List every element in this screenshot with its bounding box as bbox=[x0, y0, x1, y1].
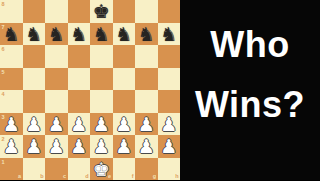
square-h3[interactable]: ♟ bbox=[158, 113, 181, 136]
square-a8[interactable]: 8 bbox=[0, 0, 23, 23]
white-pawn: ♟ bbox=[113, 113, 136, 136]
video-thumbnail: 8♚7♞♞♞♞♞♞♞♞6543♟♟♟♟♟♟♟♟2♟♟♟♟♟♟♟♟1abcde♚f… bbox=[0, 0, 320, 180]
square-b4[interactable] bbox=[23, 90, 46, 113]
square-e2[interactable]: ♟ bbox=[90, 135, 113, 158]
rank-label-5: 5 bbox=[2, 69, 5, 75]
rank-label-7: 7 bbox=[2, 24, 5, 30]
chess-board[interactable]: 8♚7♞♞♞♞♞♞♞♞6543♟♟♟♟♟♟♟♟2♟♟♟♟♟♟♟♟1abcde♚f… bbox=[0, 0, 180, 180]
file-label-h: h bbox=[175, 173, 178, 179]
square-d5[interactable] bbox=[68, 68, 91, 91]
square-a1[interactable]: 1a bbox=[0, 158, 23, 181]
rank-label-8: 8 bbox=[2, 1, 5, 7]
black-knight: ♞ bbox=[90, 23, 113, 46]
rank-label-1: 1 bbox=[2, 159, 5, 165]
white-pawn: ♟ bbox=[135, 135, 158, 158]
file-label-g: g bbox=[153, 173, 156, 179]
square-b2[interactable]: ♟ bbox=[23, 135, 46, 158]
square-g8[interactable] bbox=[135, 0, 158, 23]
square-e8[interactable]: ♚ bbox=[90, 0, 113, 23]
square-f3[interactable]: ♟ bbox=[113, 113, 136, 136]
rank-label-4: 4 bbox=[2, 91, 5, 97]
square-a6[interactable]: 6 bbox=[0, 45, 23, 68]
black-knight: ♞ bbox=[135, 23, 158, 46]
square-f8[interactable] bbox=[113, 0, 136, 23]
file-label-c: c bbox=[63, 173, 66, 179]
rank-label-6: 6 bbox=[2, 46, 5, 52]
white-pawn: ♟ bbox=[158, 135, 181, 158]
square-e1[interactable]: e♚ bbox=[90, 158, 113, 181]
file-label-a: a bbox=[18, 173, 21, 179]
white-pawn: ♟ bbox=[135, 113, 158, 136]
square-d6[interactable] bbox=[68, 45, 91, 68]
square-f4[interactable] bbox=[113, 90, 136, 113]
file-label-b: b bbox=[40, 173, 43, 179]
square-g1[interactable]: g bbox=[135, 158, 158, 181]
square-c3[interactable]: ♟ bbox=[45, 113, 68, 136]
file-label-e: e bbox=[108, 173, 111, 179]
square-c7[interactable]: ♞ bbox=[45, 23, 68, 46]
caption-line-1: Who bbox=[210, 15, 289, 75]
white-pawn: ♟ bbox=[90, 113, 113, 136]
square-h4[interactable] bbox=[158, 90, 181, 113]
square-a5[interactable]: 5 bbox=[0, 68, 23, 91]
white-pawn: ♟ bbox=[68, 113, 91, 136]
square-g7[interactable]: ♞ bbox=[135, 23, 158, 46]
square-g4[interactable] bbox=[135, 90, 158, 113]
square-e3[interactable]: ♟ bbox=[90, 113, 113, 136]
square-d4[interactable] bbox=[68, 90, 91, 113]
square-a3[interactable]: 3♟ bbox=[0, 113, 23, 136]
white-pawn: ♟ bbox=[90, 135, 113, 158]
rank-label-3: 3 bbox=[2, 114, 5, 120]
white-pawn: ♟ bbox=[68, 135, 91, 158]
file-label-d: d bbox=[85, 173, 88, 179]
square-c5[interactable] bbox=[45, 68, 68, 91]
square-b1[interactable]: b bbox=[23, 158, 46, 181]
square-g5[interactable] bbox=[135, 68, 158, 91]
white-pawn: ♟ bbox=[158, 113, 181, 136]
square-h8[interactable] bbox=[158, 0, 181, 23]
file-label-f: f bbox=[132, 173, 134, 179]
square-c6[interactable] bbox=[45, 45, 68, 68]
white-pawn: ♟ bbox=[23, 135, 46, 158]
rank-label-2: 2 bbox=[2, 136, 5, 142]
square-c2[interactable]: ♟ bbox=[45, 135, 68, 158]
square-f6[interactable] bbox=[113, 45, 136, 68]
square-f2[interactable]: ♟ bbox=[113, 135, 136, 158]
black-knight: ♞ bbox=[158, 23, 181, 46]
square-h7[interactable]: ♞ bbox=[158, 23, 181, 46]
square-g2[interactable]: ♟ bbox=[135, 135, 158, 158]
square-b3[interactable]: ♟ bbox=[23, 113, 46, 136]
square-h6[interactable] bbox=[158, 45, 181, 68]
square-d3[interactable]: ♟ bbox=[68, 113, 91, 136]
square-g6[interactable] bbox=[135, 45, 158, 68]
square-f1[interactable]: f bbox=[113, 158, 136, 181]
square-g3[interactable]: ♟ bbox=[135, 113, 158, 136]
square-c8[interactable] bbox=[45, 0, 68, 23]
white-pawn: ♟ bbox=[45, 113, 68, 136]
square-b6[interactable] bbox=[23, 45, 46, 68]
square-h5[interactable] bbox=[158, 68, 181, 91]
square-h2[interactable]: ♟ bbox=[158, 135, 181, 158]
black-knight: ♞ bbox=[113, 23, 136, 46]
white-pawn: ♟ bbox=[113, 135, 136, 158]
square-d2[interactable]: ♟ bbox=[68, 135, 91, 158]
square-e4[interactable] bbox=[90, 90, 113, 113]
square-b8[interactable] bbox=[23, 0, 46, 23]
square-b5[interactable] bbox=[23, 68, 46, 91]
square-a7[interactable]: 7♞ bbox=[0, 23, 23, 46]
black-knight: ♞ bbox=[23, 23, 46, 46]
square-e5[interactable] bbox=[90, 68, 113, 91]
caption-line-2: Wins? bbox=[195, 75, 305, 135]
black-king: ♚ bbox=[90, 0, 113, 23]
square-a4[interactable]: 4 bbox=[0, 90, 23, 113]
square-h1[interactable]: h bbox=[158, 158, 181, 181]
square-a2[interactable]: 2♟ bbox=[0, 135, 23, 158]
square-e7[interactable]: ♞ bbox=[90, 23, 113, 46]
white-pawn: ♟ bbox=[45, 135, 68, 158]
square-d1[interactable]: d bbox=[68, 158, 91, 181]
square-f7[interactable]: ♞ bbox=[113, 23, 136, 46]
square-f5[interactable] bbox=[113, 68, 136, 91]
white-pawn: ♟ bbox=[23, 113, 46, 136]
square-d7[interactable]: ♞ bbox=[68, 23, 91, 46]
caption-panel: Who Wins? bbox=[180, 0, 320, 180]
square-b7[interactable]: ♞ bbox=[23, 23, 46, 46]
black-knight: ♞ bbox=[68, 23, 91, 46]
square-c1[interactable]: c bbox=[45, 158, 68, 181]
black-knight: ♞ bbox=[45, 23, 68, 46]
square-c4[interactable] bbox=[45, 90, 68, 113]
square-d8[interactable] bbox=[68, 0, 91, 23]
square-e6[interactable] bbox=[90, 45, 113, 68]
